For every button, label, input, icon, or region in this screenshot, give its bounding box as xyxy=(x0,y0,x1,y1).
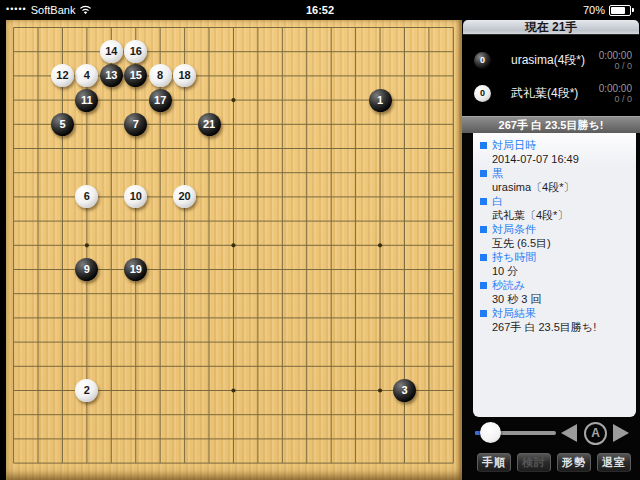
bullet-icon xyxy=(480,310,487,317)
star-point xyxy=(231,98,235,102)
info-label: 対局日時 xyxy=(480,138,629,152)
stone-black-7: 7 xyxy=(124,113,147,136)
star-point xyxy=(378,243,382,247)
stone-black-5: 5 xyxy=(51,113,74,136)
player-periods: 0 / 0 xyxy=(599,61,632,71)
player-clock: 0:00:00 xyxy=(599,50,632,62)
next-move-button[interactable] xyxy=(613,424,629,442)
info-label: 黒 xyxy=(480,166,629,180)
prev-move-button[interactable] xyxy=(561,424,577,442)
result-bar: 267手 白 23.5目勝ち! xyxy=(462,116,640,133)
action-button-row: 手順検討形勢退室 xyxy=(462,453,640,473)
star-point xyxy=(378,388,382,392)
stone-black-21: 21 xyxy=(198,113,221,136)
bullet-icon xyxy=(480,142,487,149)
auto-play-button[interactable]: A xyxy=(584,422,607,445)
info-value: 10 分 xyxy=(480,264,629,278)
black-stone-capture-icon: 0 xyxy=(474,52,491,69)
button-退室[interactable]: 退室 xyxy=(597,453,631,472)
info-value: 267手 白 23.5目勝ち! xyxy=(480,320,629,334)
stone-black-1: 1 xyxy=(369,89,392,112)
go-board[interactable]: 123456789101112131415161718192021 xyxy=(6,20,462,480)
player-row-black: 0urasima(4段*)0:00:000 / 0 xyxy=(462,44,640,77)
stone-black-11: 11 xyxy=(75,89,98,112)
info-value: 互先 (6.5目) xyxy=(480,236,629,250)
button-検討[interactable]: 検討 xyxy=(517,453,551,472)
battery-percent-label: 70% xyxy=(583,4,605,16)
board-grid xyxy=(6,20,462,480)
player-row-white: 0武礼葉(4段*)0:00:000 / 0 xyxy=(462,77,640,110)
info-label: 秒読み xyxy=(480,278,629,292)
status-bar: ••••• SoftBank 16:52 70% xyxy=(0,0,640,20)
app-screen: ••••• SoftBank 16:52 70% 123456789101112… xyxy=(0,0,640,480)
info-value: urasima〔4段*〕 xyxy=(480,180,629,194)
player-name: urasima(4段*) xyxy=(511,52,599,69)
stone-black-17: 17 xyxy=(149,89,172,112)
bullet-icon xyxy=(480,170,487,177)
playback-controls: A 手順検討形勢退室 xyxy=(462,417,640,480)
button-形勢[interactable]: 形勢 xyxy=(557,453,591,472)
player-name: 武礼葉(4段*) xyxy=(511,85,599,102)
side-panel: 現在 21手 0urasima(4段*)0:00:000 / 00武礼葉(4段*… xyxy=(462,20,640,480)
star-point xyxy=(231,388,235,392)
players-section: 0urasima(4段*)0:00:000 / 00武礼葉(4段*)0:00:0… xyxy=(462,35,640,116)
game-info-card: 対局日時2014-07-07 16:49黒urasima〔4段*〕白武礼葉〔4段… xyxy=(473,133,636,417)
stone-white-14: 14 xyxy=(100,40,123,63)
bullet-icon xyxy=(480,282,487,289)
stone-black-3: 3 xyxy=(393,379,416,402)
slider-knob[interactable] xyxy=(480,422,501,443)
info-label: 白 xyxy=(480,194,629,208)
info-value: 30 秒 3 回 xyxy=(480,292,629,306)
info-label: 対局条件 xyxy=(480,222,629,236)
star-point xyxy=(231,243,235,247)
info-value: 武礼葉〔4段*〕 xyxy=(480,208,629,222)
clock-label: 16:52 xyxy=(0,0,640,20)
bullet-icon xyxy=(480,198,487,205)
stone-white-8: 8 xyxy=(149,64,172,87)
move-counter-header: 現在 21手 xyxy=(463,20,639,35)
bullet-icon xyxy=(480,254,487,261)
info-value: 2014-07-07 16:49 xyxy=(480,152,629,166)
bullet-icon xyxy=(480,226,487,233)
battery-icon xyxy=(609,5,631,16)
info-label: 持ち時間 xyxy=(480,250,629,264)
white-stone-capture-icon: 0 xyxy=(474,85,491,102)
player-clock: 0:00:00 xyxy=(599,83,632,95)
button-手順[interactable]: 手順 xyxy=(477,453,511,472)
star-point xyxy=(85,243,89,247)
info-label: 対局結果 xyxy=(480,306,629,320)
player-periods: 0 / 0 xyxy=(599,94,632,104)
